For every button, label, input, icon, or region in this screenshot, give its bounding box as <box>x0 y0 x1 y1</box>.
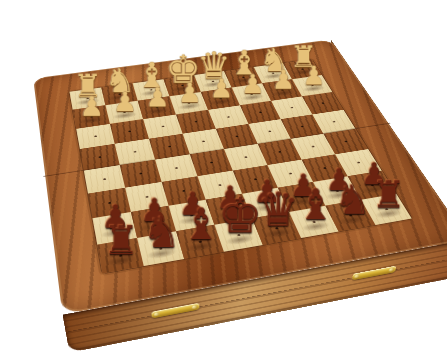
white-pawn: ♟ <box>79 93 103 120</box>
scene-3d: ♜♞♝♚♛♝♞♜♟♟♟♟♟♟♟♟♟♟♟♟♟♟♟♟♜♞♝♚♛♝♞♜ <box>0 0 447 355</box>
chess-board: ♜♞♝♚♛♝♞♜♟♟♟♟♟♟♟♟♟♟♟♟♟♟♟♟♜♞♝♚♛♝♞♜ <box>69 59 411 273</box>
square-h8: ♜ <box>97 238 143 273</box>
brass-clasp-left <box>151 303 199 319</box>
square-f8: ♝ <box>176 225 224 259</box>
white-pawn: ♟ <box>209 75 233 101</box>
black-rook: ♜ <box>372 176 406 213</box>
black-rook: ♜ <box>103 221 139 261</box>
black-knight: ♞ <box>334 179 371 220</box>
white-pawn: ♟ <box>177 80 201 107</box>
white-pawn: ♟ <box>145 84 169 111</box>
square-g8: ♞ <box>137 231 184 266</box>
black-queen: ♛ <box>257 186 299 233</box>
square-h3 <box>76 124 114 149</box>
white-pawn: ♟ <box>302 63 325 89</box>
black-king: ♚ <box>218 190 262 239</box>
square-g3 <box>109 119 148 144</box>
brass-clasp-right <box>351 265 395 280</box>
white-pawn: ♟ <box>271 67 294 93</box>
black-bishop: ♝ <box>181 203 220 246</box>
chess-box: ♜♞♝♚♛♝♞♜♟♟♟♟♟♟♟♟♟♟♟♟♟♟♟♟♜♞♝♚♛♝♞♜ <box>33 40 447 315</box>
photo-scene: ♜♞♝♚♛♝♞♜♟♟♟♟♟♟♟♟♟♟♟♟♟♟♟♟♜♞♝♚♛♝♞♜ <box>0 0 447 355</box>
square-d2: ♟ <box>200 88 239 110</box>
black-bishop: ♝ <box>296 184 334 226</box>
white-pawn: ♟ <box>112 89 136 116</box>
black-knight: ♞ <box>142 211 180 254</box>
square-e8: ♚ <box>214 218 262 251</box>
white-pawn: ♟ <box>241 71 265 97</box>
